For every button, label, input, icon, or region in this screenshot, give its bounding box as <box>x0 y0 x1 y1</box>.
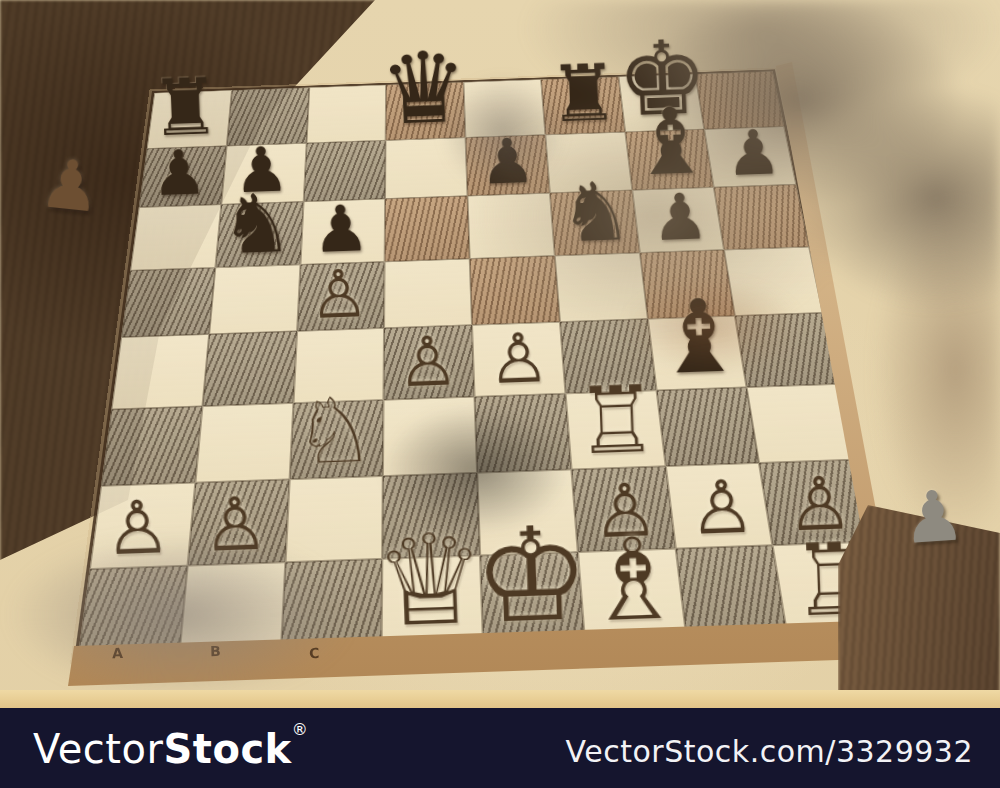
square-b5 <box>209 264 300 334</box>
piece-black-pawn-c6: ♟ <box>312 197 371 263</box>
file-label-c: C <box>309 645 321 661</box>
square-h7: ♟ <box>704 126 796 187</box>
captured-pawn-right: ♟ <box>900 480 967 554</box>
chess-board: ♜♛♜♚♟♟♟♝♟♞♟♞♟♙♙♙♝♘♖♙♙♙♙♙♕♔♗♖ <box>78 71 889 657</box>
square-a4 <box>111 334 208 409</box>
square-a2: ♙ <box>90 483 195 569</box>
square-f5 <box>555 252 648 322</box>
square-d1: ♕ <box>382 555 483 647</box>
square-a7: ♟ <box>139 146 227 208</box>
square-e1: ♔ <box>480 552 584 644</box>
piece-black-knight-f6: ♞ <box>558 170 634 254</box>
board-perspective-wrapper: ♜♛♜♚♟♟♟♝♟♞♟♞♟♙♙♙♝♘♖♙♙♙♙♙♕♔♗♖ <box>80 0 864 688</box>
piece-black-bishop-g4: ♝ <box>652 284 746 388</box>
piece-black-pawn-a7: ♟ <box>150 142 208 206</box>
square-f8: ♜ <box>541 77 625 135</box>
square-c1 <box>280 558 382 650</box>
square-h4 <box>735 313 837 387</box>
square-e6 <box>467 193 554 258</box>
piece-white-pawn-e4: ♙ <box>487 324 551 394</box>
square-d3 <box>383 396 477 476</box>
square-b2: ♙ <box>187 479 289 565</box>
square-b1 <box>179 562 285 654</box>
file-label-b: B <box>210 643 222 659</box>
watermark-bar: VectorStock® VectorStock.com/3329932 <box>0 708 1000 788</box>
square-e5 <box>470 255 560 325</box>
square-f1: ♗ <box>578 548 686 640</box>
piece-black-pawn-e7: ♟ <box>479 130 537 194</box>
square-d6 <box>385 196 470 261</box>
chess-artwork-canvas: ♜♛♜♚♟♟♟♝♟♞♟♞♟♙♙♙♝♘♖♙♙♙♙♙♕♔♗♖ A B C ♟ ♟ V… <box>0 0 1000 788</box>
vectorstock-logo: VectorStock® <box>33 726 308 772</box>
piece-black-pawn-g6: ♟ <box>651 185 710 251</box>
square-e3 <box>474 393 571 473</box>
piece-white-rook-h1: ♖ <box>789 528 881 630</box>
piece-white-rook-f3: ♖ <box>574 373 660 468</box>
square-d8: ♛ <box>386 82 466 140</box>
square-g1 <box>675 545 787 637</box>
piece-black-bishop-g7: ♝ <box>628 94 713 189</box>
square-d4: ♙ <box>384 325 475 399</box>
piece-black-queen-d8: ♛ <box>378 38 469 139</box>
square-e7: ♟ <box>465 134 549 195</box>
registered-mark: ® <box>292 720 309 739</box>
square-h3 <box>747 384 854 463</box>
square-a5 <box>121 267 215 337</box>
piece-white-pawn-c5: ♙ <box>309 261 370 329</box>
square-d5 <box>384 258 472 328</box>
square-g3 <box>656 387 759 466</box>
square-c2 <box>285 476 383 562</box>
square-a3 <box>101 406 202 486</box>
square-g6: ♟ <box>632 187 724 252</box>
piece-white-bishop-f1: ♗ <box>580 521 685 638</box>
square-a6 <box>130 204 221 270</box>
square-h6 <box>714 184 809 249</box>
piece-black-pawn-h7: ♟ <box>725 122 783 186</box>
piece-white-pawn-d4: ♙ <box>396 327 460 397</box>
square-d7 <box>385 137 467 199</box>
square-g4: ♝ <box>647 316 746 390</box>
square-f6: ♞ <box>550 190 640 255</box>
square-h1: ♖ <box>773 541 889 633</box>
square-b6: ♞ <box>215 202 303 268</box>
square-f3: ♖ <box>565 390 665 470</box>
table-edge-band <box>0 690 1000 708</box>
piece-white-queen-d1: ♕ <box>372 517 488 646</box>
piece-black-knight-b6: ♞ <box>218 182 294 266</box>
captured-pawn-left: ♟ <box>37 149 105 223</box>
square-e4: ♙ <box>472 322 565 396</box>
square-b3 <box>195 403 293 483</box>
square-c8 <box>306 85 386 143</box>
piece-black-rook-f8: ♜ <box>547 53 620 133</box>
piece-white-knight-c3: ♘ <box>293 385 377 478</box>
piece-white-pawn-a2: ♙ <box>103 490 171 566</box>
vectorstock-url: VectorStock.com/3329932 <box>566 734 973 769</box>
square-c3: ♘ <box>289 399 384 479</box>
file-label-a: A <box>112 645 124 661</box>
square-c5: ♙ <box>297 261 385 331</box>
square-b4 <box>202 331 296 406</box>
piece-white-king-e1: ♔ <box>471 508 591 641</box>
piece-white-pawn-g2: ♙ <box>688 470 756 546</box>
piece-black-rook-a8: ♜ <box>149 66 222 146</box>
piece-white-pawn-b2: ♙ <box>201 487 269 563</box>
square-c6: ♟ <box>300 199 385 265</box>
square-a1 <box>78 565 188 658</box>
